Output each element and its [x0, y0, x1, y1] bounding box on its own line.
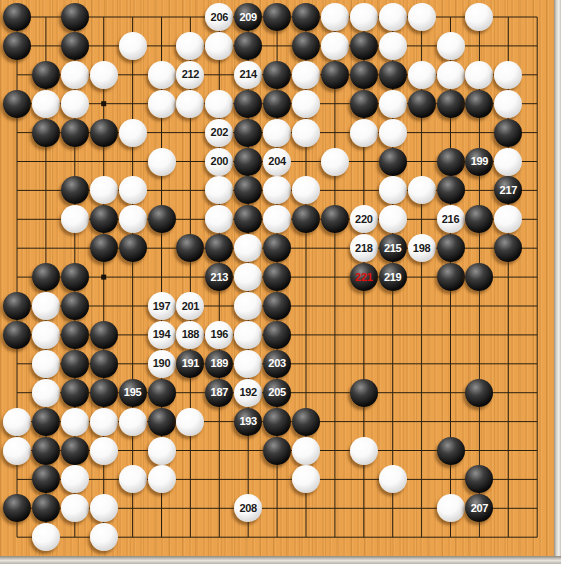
stone-white[interactable]	[61, 90, 89, 118]
stone-white[interactable]	[234, 321, 262, 349]
stone-black[interactable]	[90, 321, 118, 349]
stone-white[interactable]	[61, 465, 89, 493]
stone-black[interactable]	[437, 176, 465, 204]
stone-white[interactable]	[61, 408, 89, 436]
stone-white[interactable]	[350, 3, 378, 31]
stone-black[interactable]	[408, 90, 436, 118]
stone-black[interactable]	[263, 292, 291, 320]
stone-white[interactable]	[90, 176, 118, 204]
stone-black[interactable]	[61, 292, 89, 320]
stone-white[interactable]	[263, 119, 291, 147]
stone-white[interactable]: 218	[350, 234, 378, 262]
stone-white[interactable]	[437, 61, 465, 89]
move-number-label: 212	[182, 69, 199, 80]
stone-white[interactable]: 214	[234, 61, 262, 89]
stone-black[interactable]	[32, 119, 60, 147]
stone-white[interactable]	[90, 494, 118, 522]
stone-white[interactable]: 202	[205, 119, 233, 147]
move-number-label: 218	[355, 243, 372, 254]
stone-white[interactable]: 196	[205, 321, 233, 349]
stone-black[interactable]	[263, 3, 291, 31]
stone-white[interactable]	[3, 408, 31, 436]
stone-black[interactable]	[379, 61, 407, 89]
go-board[interactable]: 2062092122142022002041992172202162182151…	[0, 0, 561, 564]
stone-white[interactable]: 200	[205, 148, 233, 176]
stone-white[interactable]: 216	[437, 205, 465, 233]
move-number-label: 216	[442, 214, 459, 225]
stone-white[interactable]	[494, 90, 522, 118]
stone-black[interactable]	[3, 3, 31, 31]
stone-black[interactable]	[263, 90, 291, 118]
stone-white[interactable]	[437, 32, 465, 60]
stone-white[interactable]	[292, 61, 320, 89]
stone-white[interactable]	[119, 205, 147, 233]
stone-black[interactable]	[61, 119, 89, 147]
move-number-label: 213	[211, 272, 228, 283]
move-number-label: 208	[239, 503, 256, 514]
stone-white[interactable]	[234, 292, 262, 320]
move-number-label: 195	[124, 387, 141, 398]
stone-white[interactable]	[379, 465, 407, 493]
stone-black[interactable]: 199	[465, 148, 493, 176]
stone-black[interactable]: 219	[379, 263, 407, 291]
stone-black[interactable]	[61, 32, 89, 60]
move-number-label: 199	[471, 156, 488, 167]
stone-white[interactable]	[408, 176, 436, 204]
stone-black[interactable]	[90, 350, 118, 378]
stone-black[interactable]	[234, 32, 262, 60]
stone-black[interactable]	[350, 61, 378, 89]
stone-black[interactable]: 187	[205, 379, 233, 407]
stone-black[interactable]	[61, 263, 89, 291]
stone-white[interactable]	[119, 119, 147, 147]
stone-black[interactable]	[3, 90, 31, 118]
stone-black[interactable]	[263, 437, 291, 465]
stone-white[interactable]	[148, 90, 176, 118]
stone-black[interactable]	[437, 437, 465, 465]
stone-white[interactable]	[61, 61, 89, 89]
stone-white[interactable]	[494, 148, 522, 176]
stone-white[interactable]	[292, 119, 320, 147]
stone-black[interactable]	[61, 379, 89, 407]
stone-white[interactable]	[408, 61, 436, 89]
stone-white[interactable]	[350, 119, 378, 147]
move-number-label: 207	[471, 503, 488, 514]
stone-white[interactable]	[32, 350, 60, 378]
stone-black[interactable]	[3, 32, 31, 60]
stone-black[interactable]	[263, 263, 291, 291]
move-number-label: 206	[211, 12, 228, 23]
move-number-label: 198	[413, 243, 430, 254]
stone-black[interactable]	[90, 205, 118, 233]
stone-white[interactable]: 212	[176, 61, 204, 89]
stone-black[interactable]	[32, 408, 60, 436]
stone-white[interactable]	[379, 176, 407, 204]
stone-black[interactable]	[350, 90, 378, 118]
move-number-label: 209	[239, 12, 256, 23]
stone-black[interactable]: 209	[234, 3, 262, 31]
move-number-label: 190	[153, 358, 170, 369]
stone-white[interactable]	[61, 205, 89, 233]
stone-black[interactable]	[90, 234, 118, 262]
stone-white[interactable]	[32, 90, 60, 118]
stone-black[interactable]	[465, 379, 493, 407]
stone-white[interactable]	[3, 437, 31, 465]
stone-black[interactable]	[61, 437, 89, 465]
move-number-label: 197	[153, 301, 170, 312]
move-number-label: 193	[239, 416, 256, 427]
stone-white[interactable]	[119, 408, 147, 436]
stone-white[interactable]	[321, 3, 349, 31]
stone-white[interactable]: 194	[148, 321, 176, 349]
stone-black[interactable]	[350, 32, 378, 60]
stone-white[interactable]	[379, 90, 407, 118]
stone-white[interactable]	[90, 437, 118, 465]
stone-black[interactable]	[61, 350, 89, 378]
stone-black[interactable]	[119, 234, 147, 262]
move-number-label: 200	[211, 156, 228, 167]
stone-white[interactable]	[437, 494, 465, 522]
stone-white[interactable]	[379, 205, 407, 233]
move-number-label: 202	[211, 127, 228, 138]
stone-black[interactable]	[379, 148, 407, 176]
stone-black[interactable]	[61, 3, 89, 31]
stone-black[interactable]	[263, 321, 291, 349]
stone-white[interactable]: 197	[148, 292, 176, 320]
stone-white[interactable]	[321, 32, 349, 60]
stone-white[interactable]	[148, 437, 176, 465]
stone-black[interactable]	[321, 205, 349, 233]
stone-black[interactable]	[61, 176, 89, 204]
stone-black[interactable]	[437, 263, 465, 291]
move-number-label: 215	[384, 243, 401, 254]
stone-white[interactable]	[205, 90, 233, 118]
stone-black[interactable]	[32, 263, 60, 291]
stone-white[interactable]	[119, 465, 147, 493]
stone-white[interactable]	[32, 321, 60, 349]
stone-black[interactable]	[148, 205, 176, 233]
stone-white[interactable]	[148, 148, 176, 176]
move-number-label: 204	[268, 156, 285, 167]
stone-white[interactable]	[176, 90, 204, 118]
stone-black[interactable]	[3, 292, 31, 320]
stone-black[interactable]	[292, 408, 320, 436]
stone-black[interactable]	[437, 234, 465, 262]
stone-black[interactable]	[263, 61, 291, 89]
stone-black[interactable]	[494, 119, 522, 147]
move-number-label: 188	[182, 329, 199, 340]
stone-black[interactable]	[437, 148, 465, 176]
stone-white[interactable]	[408, 3, 436, 31]
move-number-label: 214	[239, 69, 256, 80]
stone-white[interactable]	[32, 292, 60, 320]
move-number-label: 221	[355, 272, 372, 283]
last-move-stone[interactable]: 221	[350, 263, 378, 291]
move-number-label: 203	[268, 358, 285, 369]
move-number-label: 192	[239, 387, 256, 398]
move-number-label: 220	[355, 214, 372, 225]
stone-black[interactable]	[32, 494, 60, 522]
stone-white[interactable]	[321, 148, 349, 176]
stone-black[interactable]	[292, 3, 320, 31]
stone-black[interactable]	[437, 90, 465, 118]
stone-white[interactable]	[465, 61, 493, 89]
stone-white[interactable]	[292, 437, 320, 465]
move-number-label: 194	[153, 329, 170, 340]
stone-black[interactable]	[3, 321, 31, 349]
stone-black[interactable]	[148, 379, 176, 407]
stone-white[interactable]	[234, 350, 262, 378]
move-number-label: 196	[211, 329, 228, 340]
stone-black[interactable]	[350, 379, 378, 407]
stone-white[interactable]	[119, 32, 147, 60]
stone-white[interactable]	[61, 494, 89, 522]
stone-white[interactable]	[176, 408, 204, 436]
stone-black[interactable]: 191	[176, 350, 204, 378]
move-number-label: 191	[182, 358, 199, 369]
stone-black[interactable]	[90, 119, 118, 147]
stone-white[interactable]: 190	[148, 350, 176, 378]
stone-white[interactable]	[292, 90, 320, 118]
stone-white[interactable]	[90, 61, 118, 89]
move-number-label: 205	[268, 387, 285, 398]
stone-black[interactable]	[465, 90, 493, 118]
stone-white[interactable]	[379, 3, 407, 31]
move-number-label: 217	[500, 185, 517, 196]
move-number-label: 219	[384, 272, 401, 283]
panel-bevel-right	[554, 0, 561, 564]
stone-black[interactable]	[321, 61, 349, 89]
stone-white[interactable]	[379, 119, 407, 147]
stone-white[interactable]	[148, 61, 176, 89]
stone-black[interactable]	[234, 119, 262, 147]
stone-white[interactable]	[119, 176, 147, 204]
stone-white[interactable]	[379, 32, 407, 60]
panel-bevel-bottom	[0, 556, 561, 564]
stone-white[interactable]	[205, 32, 233, 60]
stone-white[interactable]: 192	[234, 379, 262, 407]
move-number-label: 187	[211, 387, 228, 398]
stone-black[interactable]	[234, 148, 262, 176]
stone-black[interactable]: 203	[263, 350, 291, 378]
stone-black[interactable]	[292, 32, 320, 60]
stone-white[interactable]	[32, 379, 60, 407]
stone-black[interactable]	[90, 379, 118, 407]
stone-white[interactable]	[90, 408, 118, 436]
stone-white[interactable]: 204	[263, 148, 291, 176]
move-number-label: 189	[211, 358, 228, 369]
stone-black[interactable]: 215	[379, 234, 407, 262]
stone-black[interactable]	[61, 321, 89, 349]
stone-white[interactable]: 198	[408, 234, 436, 262]
stone-black[interactable]: 193	[234, 408, 262, 436]
stone-black[interactable]: 189	[205, 350, 233, 378]
stone-black[interactable]	[263, 408, 291, 436]
stone-white[interactable]: 220	[350, 205, 378, 233]
stone-black[interactable]	[32, 437, 60, 465]
stone-white[interactable]	[148, 465, 176, 493]
stone-white[interactable]	[350, 437, 378, 465]
move-number-label: 201	[182, 301, 199, 312]
stone-black[interactable]: 195	[119, 379, 147, 407]
stone-white[interactable]	[494, 61, 522, 89]
stone-white[interactable]	[32, 523, 60, 551]
stone-black[interactable]	[148, 408, 176, 436]
stone-black[interactable]: 205	[263, 379, 291, 407]
stone-black[interactable]	[234, 90, 262, 118]
stone-white[interactable]	[90, 523, 118, 551]
stone-black[interactable]	[32, 61, 60, 89]
